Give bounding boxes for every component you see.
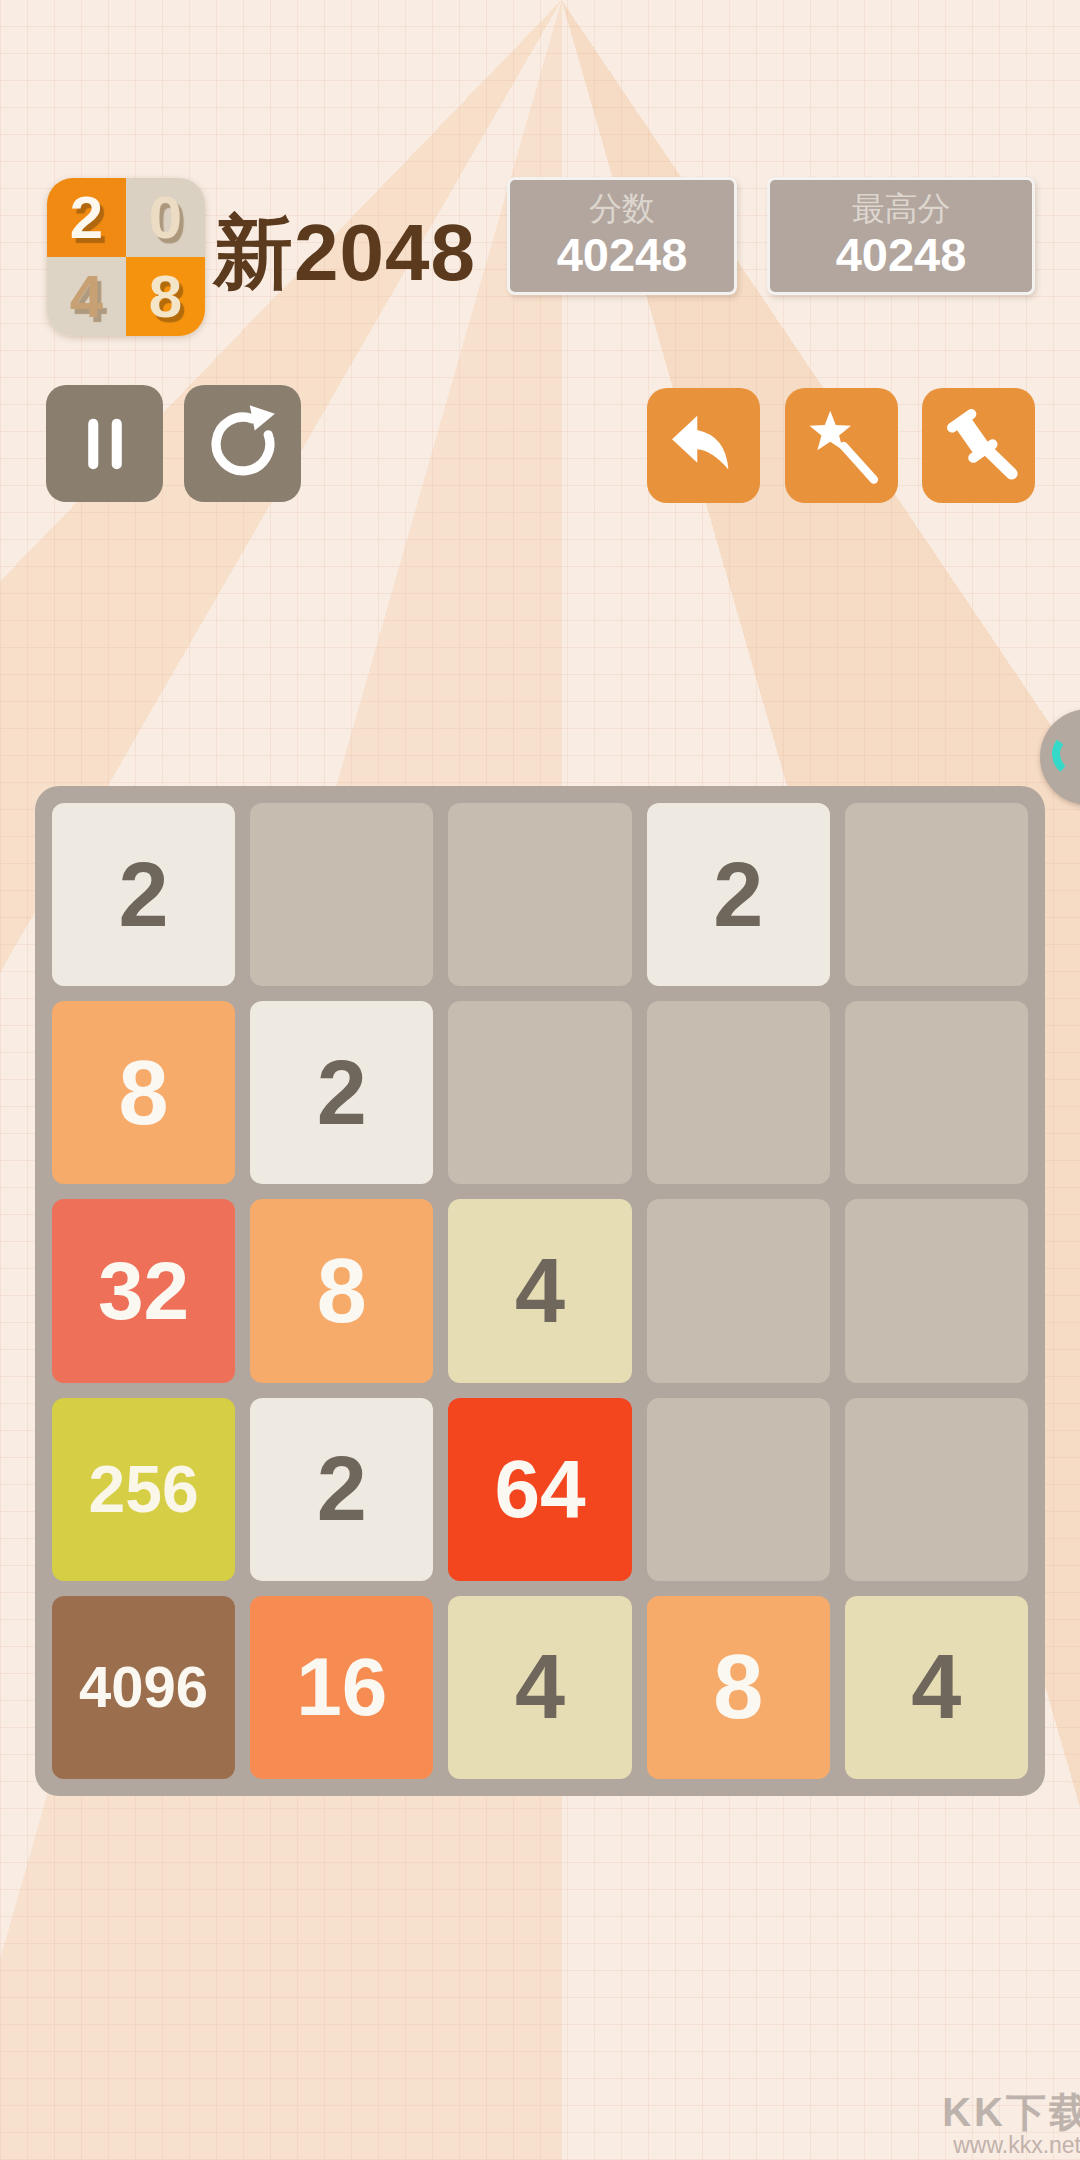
cell-empty-r1c5: [845, 803, 1028, 986]
tile-4-r5c5: 4: [845, 1596, 1028, 1779]
cell-empty-r3c4: [647, 1199, 830, 1382]
tile-2-r4c2: 2: [250, 1398, 433, 1581]
assistant-arc-icon: [1050, 729, 1080, 780]
game-title: 新2048: [213, 213, 476, 293]
cell-empty-r1c3: [448, 803, 631, 986]
tile-8-r5c4: 8: [647, 1596, 830, 1779]
tile-4-r3c3: 4: [448, 1199, 631, 1382]
cell-empty-r2c5: [845, 1001, 1028, 1184]
tile-2-r1c4: 2: [647, 803, 830, 986]
undo-arrow-icon: [662, 404, 746, 488]
tile-8-r3c2: 8: [250, 1199, 433, 1382]
tile-8-r2c1: 8: [52, 1001, 235, 1184]
tile-256-r4c1: 256: [52, 1398, 235, 1581]
floating-assistant-handle[interactable]: [1040, 709, 1080, 805]
best-score-box: 最高分 40248: [767, 177, 1035, 295]
restart-button[interactable]: [184, 385, 301, 502]
cell-empty-r1c2: [250, 803, 433, 986]
magic-wand-button[interactable]: [785, 388, 898, 503]
logo-tile-2: 2: [47, 178, 126, 257]
pause-icon: [63, 402, 147, 486]
undo-button[interactable]: [647, 388, 760, 503]
score-value: 40248: [557, 228, 688, 282]
watermark: KK下载 www.kkx.net: [942, 2091, 1080, 2158]
logo-tile-0: 0: [126, 178, 205, 257]
cell-empty-r4c5: [845, 1398, 1028, 1581]
cell-empty-r2c4: [647, 1001, 830, 1184]
tile-64-r4c3: 64: [448, 1398, 631, 1581]
board[interactable]: 22823284256264409616484: [35, 786, 1045, 1796]
best-score-value: 40248: [836, 228, 967, 282]
tile-2-r2c2: 2: [250, 1001, 433, 1184]
hammer-icon: [937, 404, 1021, 488]
cell-empty-r2c3: [448, 1001, 631, 1184]
watermark-url: www.kkx.net: [942, 2133, 1080, 2158]
tile-4-r5c3: 4: [448, 1596, 631, 1779]
app-logo: 2 0 4 8: [47, 178, 205, 336]
logo-tile-4: 4: [47, 257, 126, 336]
pause-button[interactable]: [46, 385, 163, 502]
magic-wand-icon: [800, 404, 884, 488]
restart-icon: [201, 402, 285, 486]
tile-32-r3c1: 32: [52, 1199, 235, 1382]
score-label: 分数: [589, 190, 655, 228]
cell-empty-r3c5: [845, 1199, 1028, 1382]
hammer-button[interactable]: [922, 388, 1035, 503]
cell-empty-r4c4: [647, 1398, 830, 1581]
tile-16-r5c2: 16: [250, 1596, 433, 1779]
tile-2-r1c1: 2: [52, 803, 235, 986]
score-box: 分数 40248: [507, 177, 737, 295]
watermark-title: KK下载: [942, 2091, 1080, 2133]
tile-4096-r5c1: 4096: [52, 1596, 235, 1779]
best-score-label: 最高分: [852, 190, 951, 228]
logo-tile-8: 8: [126, 257, 205, 336]
